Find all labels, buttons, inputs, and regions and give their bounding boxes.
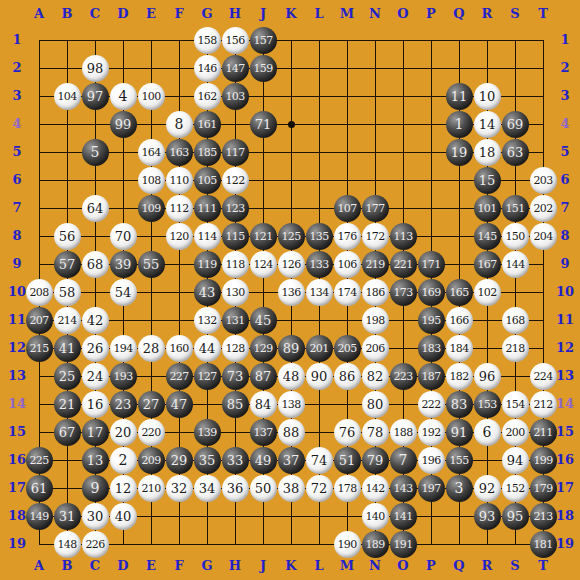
stone-white-G11: 132 [194,307,221,334]
stone-black-L8: 135 [306,223,333,250]
stone-black-S4: 69 [502,111,529,138]
col-label-bottom-S: S [502,559,528,573]
stone-white-S8: 150 [502,223,529,250]
stone-white-E3: 100 [138,83,165,110]
stone-white-N11: 198 [362,307,389,334]
col-label-top-H: H [222,7,248,21]
col-label-top-R: R [474,7,500,21]
stone-white-C7: 64 [82,195,109,222]
stone-black-J12: 129 [250,335,277,362]
row-label-left-13: 13 [4,369,30,383]
col-label-bottom-T: T [530,559,556,573]
row-label-left-5: 5 [4,145,30,159]
stone-black-H13: 73 [222,363,249,390]
stone-white-N15: 78 [362,419,389,446]
stone-white-H9: 118 [222,251,249,278]
stone-white-S15: 200 [502,419,529,446]
stone-white-G2: 146 [194,55,221,82]
stone-white-C11: 42 [82,307,109,334]
stone-black-H11: 131 [222,307,249,334]
col-label-top-A: A [26,7,52,21]
stone-black-C16: 13 [82,447,109,474]
col-label-top-T: T [530,7,556,21]
stone-white-Q13: 182 [446,363,473,390]
stone-black-R9: 167 [474,251,501,278]
star-point [288,121,295,128]
stone-black-K12: 89 [278,335,305,362]
stone-white-L13: 90 [306,363,333,390]
row-label-left-7: 7 [4,201,30,215]
stone-black-T17: 179 [530,475,557,502]
stone-white-C14: 16 [82,391,109,418]
stone-black-M12: 205 [334,335,361,362]
stone-black-O10: 173 [390,279,417,306]
row-label-left-2: 2 [4,61,30,75]
stone-white-L10: 134 [306,279,333,306]
stone-white-R15: 6 [474,419,501,446]
stone-black-A18: 149 [26,503,53,530]
row-label-left-6: 6 [4,173,30,187]
row-label-right-5: 5 [552,145,578,159]
stone-white-D15: 20 [110,419,137,446]
stone-white-K14: 138 [278,391,305,418]
stone-white-N14: 80 [362,391,389,418]
stone-white-H10: 130 [222,279,249,306]
stone-black-G6: 105 [194,167,221,194]
stone-black-H5: 117 [222,139,249,166]
row-label-right-12: 12 [552,341,578,355]
stone-black-O18: 141 [390,503,417,530]
col-label-top-O: O [390,7,416,21]
col-label-top-K: K [278,7,304,21]
stone-white-E12: 28 [138,335,165,362]
stone-black-Q5: 19 [446,139,473,166]
stone-black-G9: 119 [194,251,221,278]
stone-white-B10: 58 [54,279,81,306]
col-label-bottom-P: P [418,559,444,573]
col-label-top-D: D [110,7,136,21]
stone-white-P15: 192 [418,419,445,446]
stone-white-H6: 122 [222,167,249,194]
stone-black-C15: 17 [82,419,109,446]
col-label-bottom-B: B [54,559,80,573]
row-label-left-1: 1 [4,33,30,47]
stone-white-M15: 76 [334,419,361,446]
stone-black-Q3: 11 [446,83,473,110]
stone-white-Q12: 184 [446,335,473,362]
stone-black-T19: 181 [530,531,557,558]
stone-black-C3: 97 [82,83,109,110]
stone-white-H12: 128 [222,335,249,362]
stone-black-J4: 71 [250,111,277,138]
stone-white-G17: 34 [194,475,221,502]
col-label-bottom-A: A [26,559,52,573]
stone-white-E5: 164 [138,139,165,166]
col-label-top-J: J [250,7,276,21]
stone-white-M19: 190 [334,531,361,558]
stone-black-E16: 209 [138,447,165,474]
stone-white-S11: 168 [502,307,529,334]
stone-black-H2: 147 [222,55,249,82]
stone-white-D16: 2 [110,447,137,474]
stone-white-R4: 14 [474,111,501,138]
stone-black-B18: 31 [54,503,81,530]
stone-white-D8: 70 [110,223,137,250]
col-label-top-G: G [194,7,220,21]
stone-black-E7: 109 [138,195,165,222]
col-label-top-N: N [362,7,388,21]
stone-black-Q15: 91 [446,419,473,446]
stone-black-D9: 39 [110,251,137,278]
stone-white-B19: 148 [54,531,81,558]
stone-white-E15: 220 [138,419,165,446]
stone-black-G15: 139 [194,419,221,446]
stone-white-L16: 74 [306,447,333,474]
col-label-top-M: M [334,7,360,21]
stone-white-N12: 206 [362,335,389,362]
stone-white-F12: 160 [166,335,193,362]
stone-black-H14: 85 [222,391,249,418]
stone-black-C5: 5 [82,139,109,166]
col-label-bottom-E: E [138,559,164,573]
stone-black-O17: 143 [390,475,417,502]
stone-black-R14: 153 [474,391,501,418]
stone-black-R8: 145 [474,223,501,250]
col-label-bottom-C: C [82,559,108,573]
stone-white-G1: 158 [194,27,221,54]
stone-black-F16: 29 [166,447,193,474]
stone-black-G5: 185 [194,139,221,166]
stone-white-S14: 154 [502,391,529,418]
stone-black-S18: 95 [502,503,529,530]
stone-white-B3: 104 [54,83,81,110]
col-label-top-C: C [82,7,108,21]
stone-black-B14: 21 [54,391,81,418]
stone-white-D3: 4 [110,83,137,110]
row-label-left-9: 9 [4,257,30,271]
stone-black-G16: 35 [194,447,221,474]
stone-white-C9: 68 [82,251,109,278]
go-board[interactable]: AABBCCDDEEFFGGHHJJKKLLMMNNOOPPQQRRSSTT11… [0,0,580,580]
stone-black-Q10: 165 [446,279,473,306]
stone-white-J9: 124 [250,251,277,278]
stone-black-M7: 107 [334,195,361,222]
stone-black-R18: 93 [474,503,501,530]
stone-white-C2: 98 [82,55,109,82]
stone-white-C13: 24 [82,363,109,390]
stone-black-T16: 199 [530,447,557,474]
stone-black-J8: 121 [250,223,277,250]
stone-white-K10: 136 [278,279,305,306]
stone-white-G12: 44 [194,335,221,362]
stone-black-D4: 99 [110,111,137,138]
stone-white-M17: 178 [334,475,361,502]
stone-black-K16: 37 [278,447,305,474]
stone-white-B11: 214 [54,307,81,334]
stone-white-P16: 196 [418,447,445,474]
row-label-right-3: 3 [552,89,578,103]
col-label-bottom-D: D [110,559,136,573]
stone-white-G8: 114 [194,223,221,250]
stone-white-O15: 188 [390,419,417,446]
stone-black-G7: 111 [194,195,221,222]
row-label-right-2: 2 [552,61,578,75]
stone-black-Q14: 83 [446,391,473,418]
stone-white-F6: 110 [166,167,193,194]
stone-black-N19: 189 [362,531,389,558]
stone-white-S12: 218 [502,335,529,362]
stone-white-N17: 142 [362,475,389,502]
stone-black-J2: 159 [250,55,277,82]
stone-black-F13: 227 [166,363,193,390]
col-label-top-L: L [306,7,332,21]
stone-white-D12: 194 [110,335,137,362]
stone-white-C19: 226 [82,531,109,558]
stone-black-A17: 61 [26,475,53,502]
stone-black-N9: 219 [362,251,389,278]
col-label-bottom-F: F [166,559,192,573]
stone-black-O9: 221 [390,251,417,278]
col-label-bottom-O: O [390,559,416,573]
stone-black-J11: 45 [250,307,277,334]
row-label-right-1: 1 [552,33,578,47]
stone-black-O16: 7 [390,447,417,474]
stone-white-R5: 18 [474,139,501,166]
stone-black-B15: 67 [54,419,81,446]
stone-white-M8: 176 [334,223,361,250]
stone-white-T7: 202 [530,195,557,222]
stone-black-G4: 161 [194,111,221,138]
row-label-left-8: 8 [4,229,30,243]
stone-white-N10: 186 [362,279,389,306]
stone-white-D17: 12 [110,475,137,502]
col-label-bottom-Q: Q [446,559,472,573]
stone-white-D18: 40 [110,503,137,530]
row-label-right-4: 4 [552,117,578,131]
col-label-bottom-K: K [278,559,304,573]
stone-black-S5: 63 [502,139,529,166]
stone-black-G10: 43 [194,279,221,306]
stone-white-K15: 88 [278,419,305,446]
stone-black-B9: 57 [54,251,81,278]
stone-black-P12: 183 [418,335,445,362]
col-label-bottom-M: M [334,559,360,573]
stone-black-O8: 113 [390,223,417,250]
stone-white-N18: 140 [362,503,389,530]
stone-black-A11: 207 [26,307,53,334]
stone-white-C12: 26 [82,335,109,362]
stone-white-N8: 172 [362,223,389,250]
stone-white-S9: 144 [502,251,529,278]
stone-black-R7: 101 [474,195,501,222]
stone-black-P13: 187 [418,363,445,390]
col-label-top-Q: Q [446,7,472,21]
stone-white-R13: 96 [474,363,501,390]
stone-black-E14: 27 [138,391,165,418]
stone-white-H17: 36 [222,475,249,502]
stone-white-B8: 56 [54,223,81,250]
col-label-bottom-J: J [250,559,276,573]
stone-white-F8: 120 [166,223,193,250]
stone-black-B13: 25 [54,363,81,390]
stone-white-M10: 174 [334,279,361,306]
stone-black-K8: 125 [278,223,305,250]
stone-white-N13: 82 [362,363,389,390]
stone-white-S17: 152 [502,475,529,502]
stone-white-M13: 86 [334,363,361,390]
stone-white-C18: 30 [82,503,109,530]
stone-black-P11: 195 [418,307,445,334]
stone-black-H3: 103 [222,83,249,110]
stone-black-L9: 133 [306,251,333,278]
stone-black-Q17: 3 [446,475,473,502]
stone-white-G3: 162 [194,83,221,110]
stone-white-R17: 92 [474,475,501,502]
col-label-top-E: E [138,7,164,21]
stone-black-G13: 127 [194,363,221,390]
stone-black-O19: 191 [390,531,417,558]
stone-black-A16: 225 [26,447,53,474]
stone-white-J14: 84 [250,391,277,418]
col-label-top-P: P [418,7,444,21]
stone-black-S7: 151 [502,195,529,222]
stone-black-J15: 137 [250,419,277,446]
stone-black-O13: 223 [390,363,417,390]
stone-black-H8: 115 [222,223,249,250]
stone-white-M9: 106 [334,251,361,278]
row-label-left-14: 14 [4,397,30,411]
stone-black-J13: 87 [250,363,277,390]
row-label-left-3: 3 [4,89,30,103]
row-label-right-10: 10 [552,285,578,299]
stone-white-K17: 38 [278,475,305,502]
row-label-left-15: 15 [4,425,30,439]
stone-black-J1: 157 [250,27,277,54]
stone-white-F7: 112 [166,195,193,222]
stone-white-T14: 212 [530,391,557,418]
stone-black-B12: 41 [54,335,81,362]
stone-black-Q16: 155 [446,447,473,474]
col-label-bottom-L: L [306,559,332,573]
stone-black-H7: 123 [222,195,249,222]
stone-white-P14: 222 [418,391,445,418]
col-label-bottom-G: G [194,559,220,573]
stone-white-T8: 204 [530,223,557,250]
stone-black-M16: 51 [334,447,361,474]
col-label-bottom-N: N [362,559,388,573]
col-label-top-S: S [502,7,528,21]
col-label-bottom-R: R [474,559,500,573]
col-label-bottom-H: H [222,559,248,573]
stone-white-J17: 50 [250,475,277,502]
stone-black-P17: 197 [418,475,445,502]
row-label-right-11: 11 [552,313,578,327]
stone-black-D13: 193 [110,363,137,390]
col-label-top-B: B [54,7,80,21]
stone-white-H1: 156 [222,27,249,54]
stone-black-D14: 23 [110,391,137,418]
stone-black-T18: 213 [530,503,557,530]
stone-white-E6: 108 [138,167,165,194]
stone-black-J16: 49 [250,447,277,474]
stone-black-H16: 33 [222,447,249,474]
stone-black-E9: 55 [138,251,165,278]
stone-black-F5: 163 [166,139,193,166]
stone-white-A10: 208 [26,279,53,306]
stone-white-E17: 210 [138,475,165,502]
stone-white-S16: 94 [502,447,529,474]
stone-white-R3: 10 [474,83,501,110]
stone-black-F14: 47 [166,391,193,418]
stone-black-C17: 9 [82,475,109,502]
stone-black-L12: 201 [306,335,333,362]
stone-black-N7: 177 [362,195,389,222]
stone-white-D10: 54 [110,279,137,306]
stone-white-F4: 8 [166,111,193,138]
stone-black-R6: 15 [474,167,501,194]
stone-white-T13: 224 [530,363,557,390]
stone-white-F17: 32 [166,475,193,502]
stone-black-Q4: 1 [446,111,473,138]
stone-white-K13: 48 [278,363,305,390]
stone-black-T15: 211 [530,419,557,446]
row-label-left-4: 4 [4,117,30,131]
row-label-right-9: 9 [552,257,578,271]
stone-black-A12: 215 [26,335,53,362]
stone-white-R10: 102 [474,279,501,306]
col-label-top-F: F [166,7,192,21]
stone-white-K9: 126 [278,251,305,278]
stone-white-L17: 72 [306,475,333,502]
stone-white-T6: 203 [530,167,557,194]
row-label-left-19: 19 [4,537,30,551]
stone-white-Q11: 166 [446,307,473,334]
stone-black-P10: 169 [418,279,445,306]
stone-black-N16: 79 [362,447,389,474]
stone-black-P9: 171 [418,251,445,278]
